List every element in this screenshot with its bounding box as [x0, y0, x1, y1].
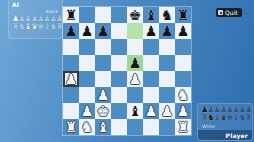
piece-white-pawn: ♟: [81, 104, 94, 118]
piece-white-knight: ♞: [81, 120, 94, 134]
square-f6[interactable]: [143, 39, 159, 55]
square-c3[interactable]: ♟: [95, 87, 111, 103]
square-f3[interactable]: [143, 87, 159, 103]
square-d4[interactable]: [111, 71, 127, 87]
white-player-panel: ♟♟♟♟♟♟♟♟ ♜♞♝♛♚♝♞♜ White Player: [197, 103, 253, 141]
square-f2[interactable]: ♟: [143, 103, 159, 119]
black-player-name: AI: [12, 1, 59, 8]
piece-black-knight: ♞: [161, 8, 174, 22]
square-e8[interactable]: ♚: [127, 7, 143, 23]
square-g7[interactable]: ♟: [159, 23, 175, 39]
square-h4[interactable]: [175, 71, 191, 87]
piece-black-bishop: ♝: [129, 104, 142, 118]
square-h3[interactable]: ♞: [175, 87, 191, 103]
square-b6[interactable]: [79, 39, 95, 55]
black-player-panel: AI Black ♟♟♟♟♟♟♟♟ ♜♞♝♛♚♝♞♜: [8, 0, 63, 39]
square-d6[interactable]: [111, 39, 127, 55]
piece-black-pawn: ♟: [81, 24, 94, 38]
square-e7[interactable]: [127, 23, 143, 39]
square-d8[interactable]: [111, 7, 127, 23]
square-a4[interactable]: ♟: [63, 71, 79, 87]
square-d1[interactable]: [111, 119, 127, 135]
square-f8[interactable]: ♝: [143, 7, 159, 23]
piece-black-bishop: ♝: [145, 8, 158, 22]
piece-black-pawn: ♟: [129, 56, 142, 70]
square-b3[interactable]: [79, 87, 95, 103]
piece-black-pawn: ♟: [145, 24, 158, 38]
square-b2[interactable]: ♟: [79, 103, 95, 119]
white-player-name: Player: [226, 132, 248, 139]
white-side-label: White: [202, 124, 215, 129]
white-tray-piece-row: ♜♞♝♛♚♝♞♜: [201, 114, 252, 122]
square-a7[interactable]: ♟: [63, 23, 79, 39]
piece-white-pawn: ♟: [161, 104, 174, 118]
square-e3[interactable]: [127, 87, 143, 103]
square-c6[interactable]: [95, 39, 111, 55]
white-player-nameplate: Player: [198, 130, 252, 140]
square-h1[interactable]: ♜: [175, 119, 191, 135]
square-f4[interactable]: [143, 71, 159, 87]
square-f7[interactable]: ♟: [143, 23, 159, 39]
square-e2[interactable]: ♝: [127, 103, 143, 119]
square-d7[interactable]: [111, 23, 127, 39]
square-g6[interactable]: [159, 39, 175, 55]
piece-white-king: ♚: [97, 104, 110, 118]
square-a6[interactable]: [63, 39, 79, 55]
quit-keycap-icon: [218, 10, 223, 15]
square-c1[interactable]: ♝: [95, 119, 111, 135]
square-h5[interactable]: [175, 55, 191, 71]
square-h8[interactable]: ♜: [175, 7, 191, 23]
piece-black-pawn: ♟: [65, 24, 78, 38]
square-e4[interactable]: ♟: [127, 71, 143, 87]
square-g3[interactable]: [159, 87, 175, 103]
piece-white-pawn: ♟: [129, 72, 142, 86]
chess-board[interactable]: ♜♚♝♞♜♟♟♟♟♟♟♟♟♟♟♞♟♚♝♟♟♟♜♞♝♜: [63, 7, 191, 135]
square-f5[interactable]: [143, 55, 159, 71]
square-b1[interactable]: ♞: [79, 119, 95, 135]
square-h6[interactable]: [175, 39, 191, 55]
piece-white-pawn: ♟: [97, 88, 110, 102]
piece-white-rook: ♜: [65, 120, 78, 134]
square-a8[interactable]: ♜: [63, 7, 79, 23]
tray-white-rook: ♜: [56, 23, 62, 31]
tray-white-knight: ♞: [18, 23, 24, 31]
square-g2[interactable]: ♟: [159, 103, 175, 119]
piece-black-rook: ♜: [65, 8, 78, 22]
tray-black-bishop: ♝: [214, 114, 220, 122]
piece-white-rook: ♜: [177, 120, 190, 134]
square-b8[interactable]: [79, 7, 95, 23]
quit-button-label: Quit: [225, 9, 238, 16]
square-h2[interactable]: ♟: [175, 103, 191, 119]
square-g4[interactable]: [159, 71, 175, 87]
piece-black-rook: ♜: [177, 8, 190, 22]
square-e1[interactable]: [127, 119, 143, 135]
tray-black-rook: ♜: [245, 114, 251, 122]
square-b4[interactable]: [79, 71, 95, 87]
square-c5[interactable]: [95, 55, 111, 71]
square-d5[interactable]: [111, 55, 127, 71]
square-a3[interactable]: [63, 87, 79, 103]
piece-black-pawn: ♟: [177, 24, 190, 38]
square-d3[interactable]: [111, 87, 127, 103]
square-c4[interactable]: [95, 71, 111, 87]
square-f1[interactable]: [143, 119, 159, 135]
square-a1[interactable]: ♜: [63, 119, 79, 135]
black-tray-piece-row: ♜♞♝♛♚♝♞♜: [12, 23, 59, 31]
square-g5[interactable]: [159, 55, 175, 71]
chess-app-window: AI Black ♟♟♟♟♟♟♟♟ ♜♞♝♛♚♝♞♜ Quit ♜♚♝♞♜♟♟♟…: [0, 0, 254, 142]
square-c2[interactable]: ♚: [95, 103, 111, 119]
piece-black-king: ♚: [129, 8, 142, 22]
square-c7[interactable]: ♟: [95, 23, 111, 39]
square-c8[interactable]: [95, 7, 111, 23]
square-e5[interactable]: ♟: [127, 55, 143, 71]
piece-white-pawn: ♟: [65, 72, 78, 86]
square-g8[interactable]: ♞: [159, 7, 175, 23]
piece-black-pawn: ♟: [97, 24, 110, 38]
piece-white-pawn: ♟: [145, 104, 158, 118]
tray-black-rook: ♜: [201, 114, 207, 122]
square-a5[interactable]: [63, 55, 79, 71]
square-d2[interactable]: [111, 103, 127, 119]
square-a2[interactable]: [63, 103, 79, 119]
quit-button[interactable]: Quit: [216, 8, 242, 17]
square-b7[interactable]: ♟: [79, 23, 95, 39]
square-g1[interactable]: [159, 119, 175, 135]
square-h7[interactable]: ♟: [175, 23, 191, 39]
piece-white-bishop: ♝: [97, 120, 110, 134]
piece-white-pawn: ♟: [177, 104, 190, 118]
square-b5[interactable]: [79, 55, 95, 71]
piece-white-knight: ♞: [177, 88, 190, 102]
piece-black-pawn: ♟: [161, 24, 174, 38]
square-e6[interactable]: [127, 39, 143, 55]
